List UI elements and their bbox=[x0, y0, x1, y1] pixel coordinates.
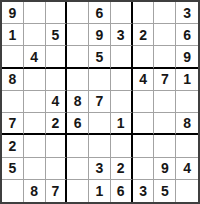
cell-r6c5[interactable] bbox=[89, 113, 111, 135]
cell-r3c5[interactable]: 5 bbox=[89, 46, 111, 68]
cell-r9c7[interactable]: 3 bbox=[133, 180, 155, 202]
cell-r3c2[interactable]: 4 bbox=[24, 46, 46, 68]
cell-r9c2[interactable]: 8 bbox=[24, 180, 46, 202]
cell-r5c4[interactable]: 8 bbox=[67, 91, 89, 113]
cell-r9c3[interactable]: 7 bbox=[46, 180, 68, 202]
cell-r2c4[interactable] bbox=[67, 24, 89, 46]
cell-r2c1[interactable]: 1 bbox=[2, 24, 24, 46]
cell-r5c5[interactable]: 7 bbox=[89, 91, 111, 113]
cell-r6c2[interactable] bbox=[24, 113, 46, 135]
cell-r1c9[interactable]: 3 bbox=[176, 2, 198, 24]
cell-r8c5[interactable]: 3 bbox=[89, 158, 111, 180]
cell-r8c7[interactable] bbox=[133, 158, 155, 180]
cell-r9c9[interactable] bbox=[176, 180, 198, 202]
cell-r3c8[interactable] bbox=[154, 46, 176, 68]
cell-r7c1[interactable]: 2 bbox=[2, 135, 24, 157]
cell-r5c3[interactable]: 4 bbox=[46, 91, 68, 113]
cell-r8c4[interactable] bbox=[67, 158, 89, 180]
cell-r6c8[interactable] bbox=[154, 113, 176, 135]
cell-r5c6[interactable] bbox=[111, 91, 133, 113]
cell-r4c8[interactable]: 7 bbox=[154, 69, 176, 91]
cell-r4c9[interactable]: 1 bbox=[176, 69, 198, 91]
cell-r4c2[interactable] bbox=[24, 69, 46, 91]
cell-r2c5[interactable]: 9 bbox=[89, 24, 111, 46]
cell-r2c6[interactable]: 3 bbox=[111, 24, 133, 46]
cell-r2c9[interactable]: 6 bbox=[176, 24, 198, 46]
cell-r6c7[interactable] bbox=[133, 113, 155, 135]
cell-r8c8[interactable]: 9 bbox=[154, 158, 176, 180]
cell-r2c2[interactable] bbox=[24, 24, 46, 46]
cell-r9c5[interactable]: 1 bbox=[89, 180, 111, 202]
cell-r7c7[interactable] bbox=[133, 135, 155, 157]
cell-r9c6[interactable]: 6 bbox=[111, 180, 133, 202]
sudoku-board: 963159326459847148772618253294871635 bbox=[0, 0, 200, 204]
cell-r8c6[interactable]: 2 bbox=[111, 158, 133, 180]
cell-r8c3[interactable] bbox=[46, 158, 68, 180]
cell-r7c4[interactable] bbox=[67, 135, 89, 157]
cell-r7c6[interactable] bbox=[111, 135, 133, 157]
cell-r1c8[interactable] bbox=[154, 2, 176, 24]
cell-r4c4[interactable] bbox=[67, 69, 89, 91]
cell-r6c3[interactable]: 2 bbox=[46, 113, 68, 135]
cell-r1c6[interactable] bbox=[111, 2, 133, 24]
cell-r9c4[interactable] bbox=[67, 180, 89, 202]
cell-r3c6[interactable] bbox=[111, 46, 133, 68]
cell-r8c1[interactable]: 5 bbox=[2, 158, 24, 180]
cell-r3c9[interactable]: 9 bbox=[176, 46, 198, 68]
cell-r9c8[interactable]: 5 bbox=[154, 180, 176, 202]
cell-r1c7[interactable] bbox=[133, 2, 155, 24]
cell-r1c4[interactable] bbox=[67, 2, 89, 24]
cell-r6c9[interactable]: 8 bbox=[176, 113, 198, 135]
cell-r2c3[interactable]: 5 bbox=[46, 24, 68, 46]
cell-r4c6[interactable] bbox=[111, 69, 133, 91]
cell-r5c9[interactable] bbox=[176, 91, 198, 113]
cell-r7c3[interactable] bbox=[46, 135, 68, 157]
cell-r6c1[interactable]: 7 bbox=[2, 113, 24, 135]
cell-r5c7[interactable] bbox=[133, 91, 155, 113]
cell-r7c8[interactable] bbox=[154, 135, 176, 157]
cell-r8c2[interactable] bbox=[24, 158, 46, 180]
cell-r6c6[interactable]: 1 bbox=[111, 113, 133, 135]
cell-r1c1[interactable]: 9 bbox=[2, 2, 24, 24]
cell-r3c7[interactable] bbox=[133, 46, 155, 68]
cell-r1c2[interactable] bbox=[24, 2, 46, 24]
cell-r4c3[interactable] bbox=[46, 69, 68, 91]
cell-r4c1[interactable]: 8 bbox=[2, 69, 24, 91]
cell-r7c2[interactable] bbox=[24, 135, 46, 157]
cell-r6c4[interactable]: 6 bbox=[67, 113, 89, 135]
cell-r5c1[interactable] bbox=[2, 91, 24, 113]
cell-r3c1[interactable] bbox=[2, 46, 24, 68]
cell-r7c9[interactable] bbox=[176, 135, 198, 157]
cell-r7c5[interactable] bbox=[89, 135, 111, 157]
cell-r1c5[interactable]: 6 bbox=[89, 2, 111, 24]
cell-r5c2[interactable] bbox=[24, 91, 46, 113]
cell-r4c5[interactable] bbox=[89, 69, 111, 91]
cell-r5c8[interactable] bbox=[154, 91, 176, 113]
cell-r4c7[interactable]: 4 bbox=[133, 69, 155, 91]
cell-r9c1[interactable] bbox=[2, 180, 24, 202]
cell-r2c8[interactable] bbox=[154, 24, 176, 46]
cell-r3c4[interactable] bbox=[67, 46, 89, 68]
cell-r1c3[interactable] bbox=[46, 2, 68, 24]
cell-r8c9[interactable]: 4 bbox=[176, 158, 198, 180]
cell-r2c7[interactable]: 2 bbox=[133, 24, 155, 46]
cell-r3c3[interactable] bbox=[46, 46, 68, 68]
